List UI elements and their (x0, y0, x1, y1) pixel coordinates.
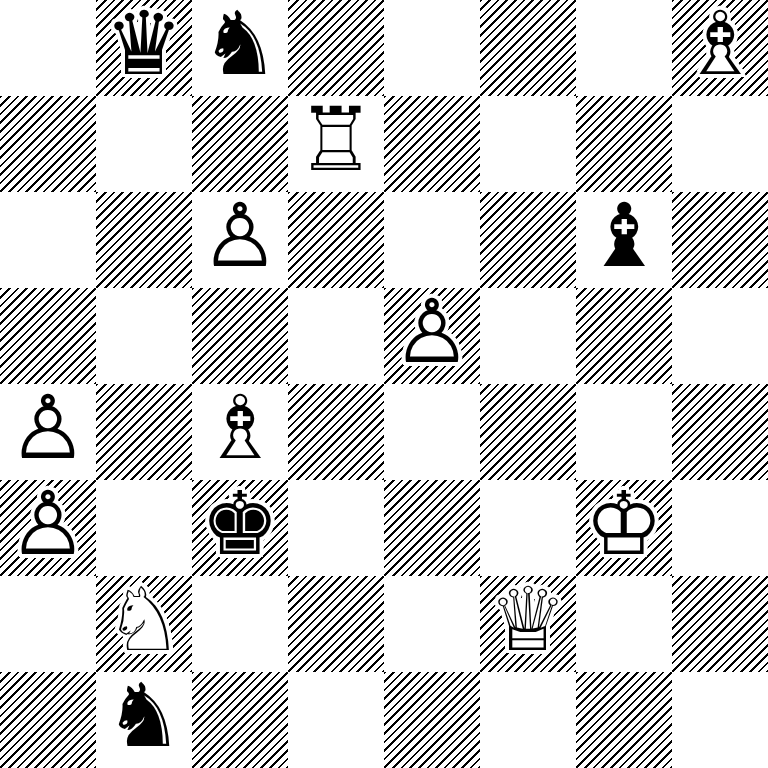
white-pawn-glyph: ♙ (393, 288, 472, 376)
piece-white-knight[interactable]: ♞♘ (96, 576, 192, 672)
square-f4[interactable] (480, 384, 576, 480)
square-b7[interactable] (96, 96, 192, 192)
piece-black-king[interactable]: ♚♚ (192, 480, 288, 576)
square-a7[interactable] (0, 96, 96, 192)
black-knight-glyph: ♞ (105, 672, 184, 760)
square-h1[interactable] (672, 672, 768, 768)
white-bishop-glyph: ♗ (201, 384, 280, 472)
square-d2[interactable] (288, 576, 384, 672)
square-b1[interactable]: ♞♞ (96, 672, 192, 768)
square-e7[interactable] (384, 96, 480, 192)
chess-board: ♛♛♞♞♝♗♜♖♟♙♝♝♟♙♟♙♝♗♟♙♚♚♚♔♞♘♛♕♞♞ (0, 0, 768, 768)
square-b8[interactable]: ♛♛ (96, 0, 192, 96)
square-h2[interactable] (672, 576, 768, 672)
piece-white-bishop[interactable]: ♝♗ (672, 0, 768, 96)
square-b2[interactable]: ♞♘ (96, 576, 192, 672)
square-a3[interactable]: ♟♙ (0, 480, 96, 576)
square-h3[interactable] (672, 480, 768, 576)
piece-white-queen[interactable]: ♛♕ (480, 576, 576, 672)
square-g4[interactable] (576, 384, 672, 480)
piece-white-pawn[interactable]: ♟♙ (0, 384, 96, 480)
piece-black-queen[interactable]: ♛♛ (96, 0, 192, 96)
square-e5[interactable]: ♟♙ (384, 288, 480, 384)
white-pawn-glyph: ♙ (9, 480, 88, 568)
piece-white-pawn[interactable]: ♟♙ (384, 288, 480, 384)
piece-white-bishop[interactable]: ♝♗ (192, 384, 288, 480)
square-g1[interactable] (576, 672, 672, 768)
square-d5[interactable] (288, 288, 384, 384)
black-king-glyph: ♚ (201, 480, 280, 568)
square-f8[interactable] (480, 0, 576, 96)
square-a5[interactable] (0, 288, 96, 384)
square-c4[interactable]: ♝♗ (192, 384, 288, 480)
square-d1[interactable] (288, 672, 384, 768)
black-knight-glyph: ♞ (201, 0, 280, 88)
piece-white-pawn[interactable]: ♟♙ (192, 192, 288, 288)
white-knight-glyph: ♘ (105, 576, 184, 664)
black-queen-glyph: ♛ (105, 0, 184, 88)
square-g6[interactable]: ♝♝ (576, 192, 672, 288)
white-pawn-glyph: ♙ (201, 192, 280, 280)
piece-black-knight[interactable]: ♞♞ (192, 0, 288, 96)
square-e6[interactable] (384, 192, 480, 288)
square-h8[interactable]: ♝♗ (672, 0, 768, 96)
square-a2[interactable] (0, 576, 96, 672)
square-g8[interactable] (576, 0, 672, 96)
square-a8[interactable] (0, 0, 96, 96)
square-a4[interactable]: ♟♙ (0, 384, 96, 480)
square-c7[interactable] (192, 96, 288, 192)
square-c2[interactable] (192, 576, 288, 672)
white-bishop-glyph: ♗ (681, 0, 760, 88)
white-king-glyph: ♔ (585, 480, 664, 568)
piece-white-pawn[interactable]: ♟♙ (0, 480, 96, 576)
square-e8[interactable] (384, 0, 480, 96)
square-b3[interactable] (96, 480, 192, 576)
square-c1[interactable] (192, 672, 288, 768)
square-d8[interactable] (288, 0, 384, 96)
square-e1[interactable] (384, 672, 480, 768)
square-e3[interactable] (384, 480, 480, 576)
square-d7[interactable]: ♜♖ (288, 96, 384, 192)
square-a6[interactable] (0, 192, 96, 288)
square-d3[interactable] (288, 480, 384, 576)
square-f3[interactable] (480, 480, 576, 576)
piece-black-bishop[interactable]: ♝♝ (576, 192, 672, 288)
square-g3[interactable]: ♚♔ (576, 480, 672, 576)
square-a1[interactable] (0, 672, 96, 768)
square-d6[interactable] (288, 192, 384, 288)
white-pawn-glyph: ♙ (9, 384, 88, 472)
square-f7[interactable] (480, 96, 576, 192)
square-b4[interactable] (96, 384, 192, 480)
square-b5[interactable] (96, 288, 192, 384)
piece-white-king[interactable]: ♚♔ (576, 480, 672, 576)
piece-white-rook[interactable]: ♜♖ (288, 96, 384, 192)
square-g7[interactable] (576, 96, 672, 192)
square-c3[interactable]: ♚♚ (192, 480, 288, 576)
square-c6[interactable]: ♟♙ (192, 192, 288, 288)
square-g5[interactable] (576, 288, 672, 384)
square-h5[interactable] (672, 288, 768, 384)
square-d4[interactable] (288, 384, 384, 480)
square-h4[interactable] (672, 384, 768, 480)
square-c5[interactable] (192, 288, 288, 384)
square-g2[interactable] (576, 576, 672, 672)
square-f2[interactable]: ♛♕ (480, 576, 576, 672)
square-b6[interactable] (96, 192, 192, 288)
square-h6[interactable] (672, 192, 768, 288)
square-h7[interactable] (672, 96, 768, 192)
square-c8[interactable]: ♞♞ (192, 0, 288, 96)
white-queen-glyph: ♕ (489, 576, 568, 664)
square-f1[interactable] (480, 672, 576, 768)
piece-black-knight[interactable]: ♞♞ (96, 672, 192, 768)
white-rook-glyph: ♖ (297, 96, 376, 184)
black-bishop-glyph: ♝ (585, 192, 664, 280)
square-f6[interactable] (480, 192, 576, 288)
square-f5[interactable] (480, 288, 576, 384)
square-e4[interactable] (384, 384, 480, 480)
square-e2[interactable] (384, 576, 480, 672)
